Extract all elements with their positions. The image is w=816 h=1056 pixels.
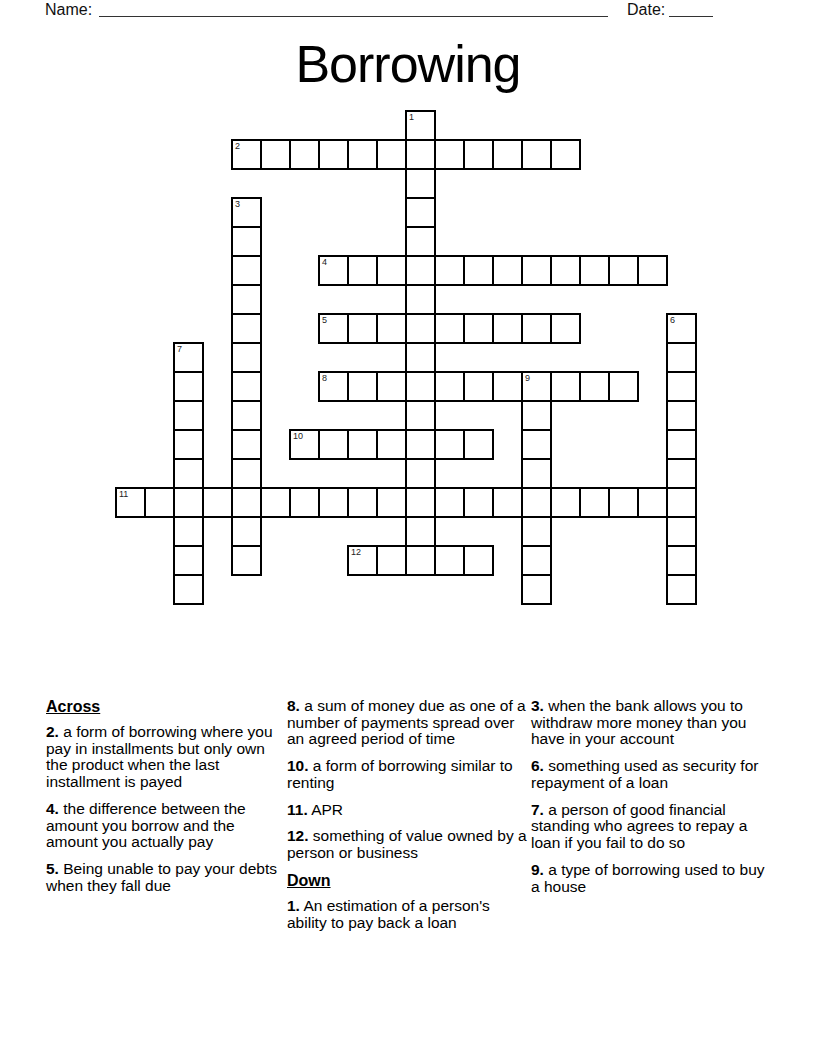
cell-r1-c12[interactable]: [463, 139, 494, 170]
cell-r11-c2[interactable]: [173, 429, 204, 460]
clue-number-label: 12.: [287, 827, 309, 844]
clue-number-label: 3.: [531, 697, 544, 714]
cell-r5-c13[interactable]: [492, 255, 523, 286]
clue-down-1: 1. An estimation of a person's ability t…: [287, 898, 529, 931]
clue-down-9: 9. a type of borrowing used to buy a hou…: [531, 862, 771, 895]
cell-number-7: 7: [177, 344, 182, 354]
cell-r5-c10[interactable]: [405, 255, 436, 286]
cell-r15-c8[interactable]: 12: [347, 545, 378, 576]
down-heading: Down: [287, 872, 529, 890]
cell-r8-c10[interactable]: [405, 342, 436, 373]
name-label: Name:: [45, 1, 92, 19]
cell-r3-c10[interactable]: [405, 197, 436, 228]
date-label: Date:: [627, 1, 665, 19]
cell-r13-c10[interactable]: [405, 487, 436, 518]
clue-across-11: 11. APR: [287, 802, 529, 819]
cell-r15-c10[interactable]: [405, 545, 436, 576]
cell-r10-c2[interactable]: [173, 400, 204, 431]
cell-r11-c4[interactable]: [231, 429, 262, 460]
clue-number-label: 1.: [287, 897, 300, 914]
cell-r10-c19[interactable]: [666, 400, 697, 431]
cell-r8-c4[interactable]: [231, 342, 262, 373]
clue-across-8: 8. a sum of money due as one of a number…: [287, 698, 529, 748]
cell-r11-c10[interactable]: [405, 429, 436, 460]
cell-r14-c4[interactable]: [231, 516, 262, 547]
cell-r1-c13[interactable]: [492, 139, 523, 170]
cell-r13-c18[interactable]: [637, 487, 668, 518]
cell-r9-c15[interactable]: [550, 371, 581, 402]
cell-number-6: 6: [670, 315, 675, 325]
cell-r6-c10[interactable]: [405, 284, 436, 315]
clue-number-label: 4.: [46, 800, 59, 817]
cell-r13-c13[interactable]: [492, 487, 523, 518]
cell-r5-c11[interactable]: [434, 255, 465, 286]
cell-r15-c4[interactable]: [231, 545, 262, 576]
cell-r0-c10[interactable]: 1: [405, 110, 436, 141]
cell-r11-c8[interactable]: [347, 429, 378, 460]
cell-r7-c14[interactable]: [521, 313, 552, 344]
cell-r5-c18[interactable]: [637, 255, 668, 286]
clue-across-5: 5. Being unable to pay your debts when t…: [46, 861, 284, 894]
cell-r9-c16[interactable]: [579, 371, 610, 402]
cell-r14-c2[interactable]: [173, 516, 204, 547]
clue-across-2: 2. a form of borrowing where you pay in …: [46, 724, 284, 791]
clue-number-label: 11.: [287, 801, 308, 818]
cell-r9-c12[interactable]: [463, 371, 494, 402]
cell-r12-c4[interactable]: [231, 458, 262, 489]
cell-r10-c14[interactable]: [521, 400, 552, 431]
cell-r14-c10[interactable]: [405, 516, 436, 547]
cell-r11-c12[interactable]: [463, 429, 494, 460]
clue-across-12: 12. something of value owned by a person…: [287, 828, 529, 861]
clue-number-label: 9.: [531, 861, 544, 878]
clue-column-2: 8. a sum of money due as one of a number…: [287, 698, 529, 941]
cell-r16-c14[interactable]: [521, 574, 552, 605]
cell-r13-c7[interactable]: [318, 487, 349, 518]
cell-r5-c15[interactable]: [550, 255, 581, 286]
cell-number-2: 2: [235, 141, 240, 151]
cell-r9-c4[interactable]: [231, 371, 262, 402]
cell-r5-c7[interactable]: 4: [318, 255, 349, 286]
date-field-line: [669, 1, 713, 17]
cell-r7-c9[interactable]: [376, 313, 407, 344]
cell-r5-c17[interactable]: [608, 255, 639, 286]
cell-r7-c13[interactable]: [492, 313, 523, 344]
cell-number-5: 5: [322, 315, 327, 325]
cell-r9-c14[interactable]: 9: [521, 371, 552, 402]
cell-r5-c14[interactable]: [521, 255, 552, 286]
cell-r11-c19[interactable]: [666, 429, 697, 460]
cell-r1-c9[interactable]: [376, 139, 407, 170]
cell-r9-c13[interactable]: [492, 371, 523, 402]
cell-r8-c2[interactable]: 7: [173, 342, 204, 373]
cell-r11-c11[interactable]: [434, 429, 465, 460]
cell-r15-c11[interactable]: [434, 545, 465, 576]
cell-r15-c14[interactable]: [521, 545, 552, 576]
cell-r7-c12[interactable]: [463, 313, 494, 344]
cell-r1-c14[interactable]: [521, 139, 552, 170]
cell-r1-c10[interactable]: [405, 139, 436, 170]
cell-r9-c2[interactable]: [173, 371, 204, 402]
cell-r1-c8[interactable]: [347, 139, 378, 170]
clue-column-3: 3. when the bank allows you to withdraw …: [531, 698, 771, 905]
cell-number-8: 8: [322, 373, 327, 383]
cell-r2-c10[interactable]: [405, 168, 436, 199]
clue-down-7: 7. a person of good financial standing w…: [531, 802, 771, 852]
cell-number-12: 12: [351, 547, 361, 557]
clue-column-1: Across2. a form of borrowing where you p…: [46, 698, 284, 905]
cell-r1-c4[interactable]: 2: [231, 139, 262, 170]
cell-r13-c4[interactable]: [231, 487, 262, 518]
cell-r13-c19[interactable]: [666, 487, 697, 518]
clue-across-4: 4. the difference between the amount you…: [46, 801, 284, 851]
cell-r9-c9[interactable]: [376, 371, 407, 402]
cell-r9-c8[interactable]: [347, 371, 378, 402]
clue-number-label: 10.: [287, 757, 309, 774]
cell-r1-c15[interactable]: [550, 139, 581, 170]
cell-r12-c14[interactable]: [521, 458, 552, 489]
cell-r1-c11[interactable]: [434, 139, 465, 170]
cell-r9-c11[interactable]: [434, 371, 465, 402]
cell-r7-c7[interactable]: 5: [318, 313, 349, 344]
clue-down-3: 3. when the bank allows you to withdraw …: [531, 698, 771, 748]
cell-r13-c11[interactable]: [434, 487, 465, 518]
clue-number-label: 6.: [531, 757, 544, 774]
cell-r11-c14[interactable]: [521, 429, 552, 460]
cell-number-10: 10: [293, 431, 303, 441]
cell-r5-c16[interactable]: [579, 255, 610, 286]
cell-r8-c19[interactable]: [666, 342, 697, 373]
cell-number-1: 1: [409, 112, 414, 122]
cell-r13-c15[interactable]: [550, 487, 581, 518]
cell-r14-c14[interactable]: [521, 516, 552, 547]
clue-number-label: 5.: [46, 860, 59, 877]
across-heading: Across: [46, 698, 284, 716]
cell-r4-c4[interactable]: [231, 226, 262, 257]
cell-r7-c4[interactable]: [231, 313, 262, 344]
cell-r5-c12[interactable]: [463, 255, 494, 286]
cell-r11-c7[interactable]: [318, 429, 349, 460]
clue-number-label: 2.: [46, 723, 59, 740]
clue-across-10: 10. a form of borrowing similar to renti…: [287, 758, 529, 791]
cell-r13-c14[interactable]: [521, 487, 552, 518]
cell-r5-c9[interactable]: [376, 255, 407, 286]
cell-r13-c1[interactable]: [144, 487, 175, 518]
cell-r13-c5[interactable]: [260, 487, 291, 518]
cell-r7-c8[interactable]: [347, 313, 378, 344]
cell-r1-c6[interactable]: [289, 139, 320, 170]
cell-number-9: 9: [525, 373, 530, 383]
cell-r16-c2[interactable]: [173, 574, 204, 605]
cell-r7-c10[interactable]: [405, 313, 436, 344]
cell-r15-c2[interactable]: [173, 545, 204, 576]
cell-r9-c7[interactable]: 8: [318, 371, 349, 402]
cell-r10-c10[interactable]: [405, 400, 436, 431]
cell-r14-c19[interactable]: [666, 516, 697, 547]
name-field-line: [99, 1, 608, 17]
cell-r7-c11[interactable]: [434, 313, 465, 344]
worksheet-page: Name: Date: Borrowing 123456789101112 Ac…: [0, 0, 816, 1056]
clue-down-6: 6. something used as security for repaym…: [531, 758, 771, 791]
cell-r12-c19[interactable]: [666, 458, 697, 489]
clue-number-label: 7.: [531, 801, 544, 818]
cell-r7-c15[interactable]: [550, 313, 581, 344]
cell-number-11: 11: [119, 489, 128, 499]
cell-number-3: 3: [235, 199, 240, 209]
cell-r13-c0[interactable]: 11: [115, 487, 146, 518]
cell-r13-c8[interactable]: [347, 487, 378, 518]
cell-r15-c9[interactable]: [376, 545, 407, 576]
cell-number-4: 4: [322, 257, 327, 267]
cell-r12-c2[interactable]: [173, 458, 204, 489]
cell-r13-c6[interactable]: [289, 487, 320, 518]
cell-r9-c10[interactable]: [405, 371, 436, 402]
crossword-grid: 123456789101112: [115, 110, 697, 605]
cell-r9-c17[interactable]: [608, 371, 639, 402]
cell-r13-c12[interactable]: [463, 487, 494, 518]
cell-r4-c10[interactable]: [405, 226, 436, 257]
cell-r15-c12[interactable]: [463, 545, 494, 576]
cell-r13-c2[interactable]: [173, 487, 204, 518]
cell-r16-c19[interactable]: [666, 574, 697, 605]
cell-r5-c4[interactable]: [231, 255, 262, 286]
cell-r3-c4[interactable]: 3: [231, 197, 262, 228]
cell-r5-c8[interactable]: [347, 255, 378, 286]
cell-r6-c4[interactable]: [231, 284, 262, 315]
cell-r11-c9[interactable]: [376, 429, 407, 460]
clue-number-label: 8.: [287, 697, 300, 714]
cell-r1-c5[interactable]: [260, 139, 291, 170]
cell-r11-c6[interactable]: 10: [289, 429, 320, 460]
cell-r13-c17[interactable]: [608, 487, 639, 518]
cell-r1-c7[interactable]: [318, 139, 349, 170]
cell-r12-c10[interactable]: [405, 458, 436, 489]
cell-r9-c19[interactable]: [666, 371, 697, 402]
page-title: Borrowing: [0, 34, 816, 94]
cell-r13-c3[interactable]: [202, 487, 233, 518]
cell-r7-c19[interactable]: 6: [666, 313, 697, 344]
cell-r13-c9[interactable]: [376, 487, 407, 518]
cell-r10-c4[interactable]: [231, 400, 262, 431]
cell-r15-c19[interactable]: [666, 545, 697, 576]
cell-r13-c16[interactable]: [579, 487, 610, 518]
